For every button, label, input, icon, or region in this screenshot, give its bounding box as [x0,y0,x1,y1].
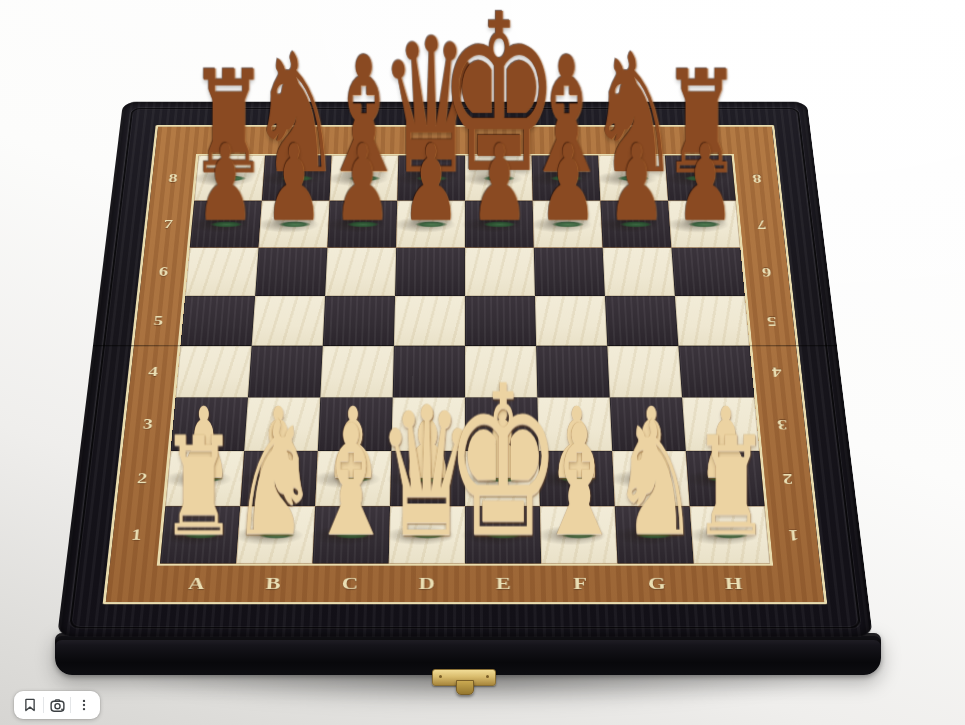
lens-camera-icon [49,697,66,714]
rank-label-left-8: 8 [168,171,179,186]
rank-label-left-2: 2 [136,469,148,487]
square-c5 [323,296,395,346]
squares-grid: ♜♞♝♛♚♝♞♜♟♟♟♟♟♟♟♟♟♟♟♟♟♟♟♟♜♞♝♛♚♝♞♜ [160,156,770,564]
square-c6 [325,248,396,296]
file-label-f: F [573,574,588,594]
rank-label-right-6: 6 [761,264,772,279]
file-label-h: H [724,574,743,594]
bookmark-button[interactable] [17,693,43,717]
square-h6 [671,248,744,296]
file-label-e: E [496,574,511,594]
more-options-button[interactable] [71,693,97,717]
rank-label-right-5: 5 [766,313,777,329]
rank-label-right-4: 4 [771,363,782,380]
white-king: ♚ [443,358,564,566]
square-b6 [255,248,327,296]
file-label-d: D [418,574,435,594]
latch-screw [486,675,489,678]
square-e6 [465,248,535,296]
white-knight: ♞ [214,401,334,559]
rank-label-left-5: 5 [153,313,164,329]
square-g5 [605,296,678,346]
chess-board: ♜♞♝♛♚♝♞♜♟♟♟♟♟♟♟♟♟♟♟♟♟♟♟♟♜♞♝♛♚♝♞♜ ABCDEFG… [57,102,873,637]
square-h5 [675,296,750,346]
rank-label-right-3: 3 [776,415,788,432]
square-g1: ♞ [615,506,694,563]
square-g6 [603,248,675,296]
brass-latch-tab [456,680,474,695]
square-d6 [395,248,465,296]
square-a5 [180,296,255,346]
square-h7: ♟ [668,201,740,248]
rank-label-left-3: 3 [142,415,154,432]
bookmark-icon [22,697,38,713]
square-b5 [252,296,325,346]
file-label-g: G [648,574,667,594]
white-knight: ♞ [595,401,715,559]
rank-label-left-4: 4 [148,363,159,380]
rank-label-left-1: 1 [130,525,142,543]
rank-label-right-2: 2 [782,469,794,487]
vertical-ellipsis-icon [77,697,91,713]
file-label-b: B [265,574,281,594]
file-label-c: C [341,574,358,594]
rank-label-right-7: 7 [756,217,767,232]
square-f6 [534,248,605,296]
rank-label-left-7: 7 [163,217,174,232]
box-front-edge [55,633,881,675]
square-e5 [465,296,536,346]
product-photo-scene: ♜♞♝♛♚♝♞♜♟♟♟♟♟♟♟♟♟♟♟♟♟♟♟♟♜♞♝♛♚♝♞♜ ABCDEFG… [0,0,965,725]
rank-label-right-8: 8 [752,171,763,186]
rank-label-right-1: 1 [787,525,799,543]
square-e1: ♚ [465,506,541,563]
square-b1: ♞ [236,506,315,563]
square-a6 [185,248,258,296]
image-action-toolbar [14,691,100,719]
latch-screw [439,675,442,678]
square-d5 [394,296,465,346]
black-pawn: ♟ [641,131,768,236]
lens-search-button[interactable] [44,693,70,717]
square-f5 [535,296,607,346]
file-label-a: A [187,574,205,594]
rank-label-left-6: 6 [158,264,169,279]
